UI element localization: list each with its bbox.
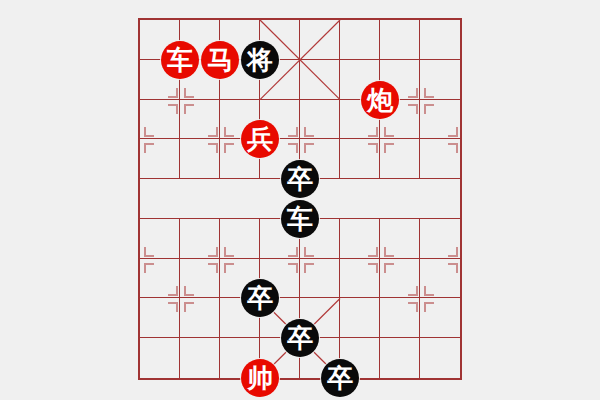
point-marker — [384, 263, 394, 273]
point-marker — [304, 127, 314, 137]
point-marker — [424, 88, 434, 98]
point-marker — [368, 263, 378, 273]
point-marker — [168, 88, 178, 98]
point-marker — [288, 263, 298, 273]
point-marker — [288, 247, 298, 257]
point-marker — [304, 143, 314, 153]
point-marker — [384, 247, 394, 257]
point-marker — [368, 127, 378, 137]
point-marker — [224, 127, 234, 137]
point-marker — [184, 104, 194, 114]
point-marker — [384, 127, 394, 137]
point-marker — [304, 247, 314, 257]
point-marker — [144, 247, 154, 257]
point-marker — [224, 263, 234, 273]
point-marker — [288, 127, 298, 137]
point-marker — [224, 247, 234, 257]
point-marker — [448, 247, 458, 257]
point-marker — [368, 247, 378, 257]
point-marker — [448, 263, 458, 273]
piece-black-soldier-2[interactable]: 卒 — [241, 279, 279, 317]
piece-black-chariot[interactable]: 车 — [281, 200, 319, 238]
piece-red-cannon[interactable]: 炮 — [361, 81, 399, 119]
point-marker — [408, 286, 418, 296]
point-marker — [144, 127, 154, 137]
piece-red-general[interactable]: 帅 — [241, 359, 279, 397]
point-marker — [424, 302, 434, 312]
point-marker — [208, 127, 218, 137]
point-marker — [448, 143, 458, 153]
piece-black-soldier-1[interactable]: 卒 — [281, 160, 319, 198]
xiangqi-diagram: 车马将炮兵卒车卒卒帅卒 — [0, 0, 600, 400]
point-marker — [424, 104, 434, 114]
point-marker — [208, 143, 218, 153]
xiangqi-board[interactable]: 车马将炮兵卒车卒卒帅卒 — [140, 20, 460, 378]
piece-red-horse[interactable]: 马 — [201, 41, 239, 79]
point-marker — [208, 263, 218, 273]
point-marker — [168, 302, 178, 312]
point-marker — [208, 247, 218, 257]
point-marker — [408, 88, 418, 98]
point-marker — [144, 263, 154, 273]
point-marker — [168, 104, 178, 114]
point-marker — [448, 127, 458, 137]
piece-red-soldier[interactable]: 兵 — [241, 120, 279, 158]
point-marker — [184, 286, 194, 296]
point-marker — [224, 143, 234, 153]
point-marker — [384, 143, 394, 153]
point-marker — [304, 263, 314, 273]
point-marker — [288, 143, 298, 153]
point-marker — [408, 302, 418, 312]
piece-black-soldier-3[interactable]: 卒 — [281, 319, 319, 357]
piece-black-general[interactable]: 将 — [241, 41, 279, 79]
point-marker — [408, 104, 418, 114]
point-marker — [368, 143, 378, 153]
piece-black-soldier-4[interactable]: 卒 — [321, 359, 359, 397]
point-marker — [144, 143, 154, 153]
point-marker — [184, 88, 194, 98]
point-marker — [168, 286, 178, 296]
point-marker — [184, 302, 194, 312]
point-marker — [424, 286, 434, 296]
piece-red-chariot[interactable]: 车 — [161, 41, 199, 79]
